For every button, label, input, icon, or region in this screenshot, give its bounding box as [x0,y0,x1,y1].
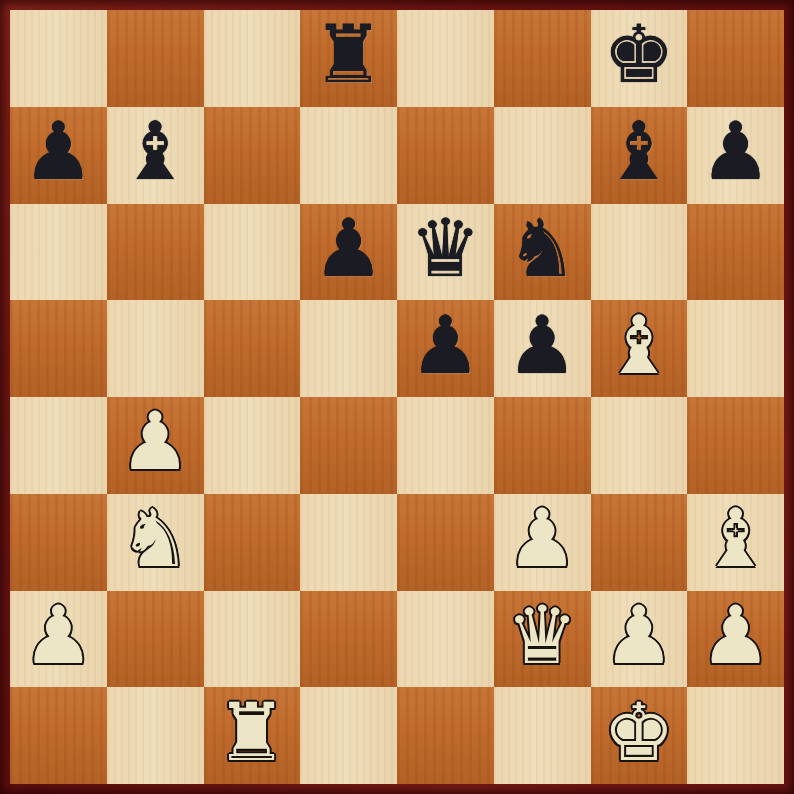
white-pawn-f3[interactable]: ♟ [506,499,578,579]
black-knight-f6[interactable]: ♞ [506,209,578,289]
square-c7[interactable] [204,107,301,204]
square-f4[interactable] [494,397,591,494]
chess-board: ♜♚♟♝♝♟♟♛♞♟♟♝♟♞♟♝♟♛♟♟♜♚ [10,10,784,784]
square-g6[interactable] [591,204,688,301]
square-b3[interactable]: ♞ [107,494,204,591]
square-g8[interactable]: ♚ [591,10,688,107]
square-c6[interactable] [204,204,301,301]
square-b6[interactable] [107,204,204,301]
square-h6[interactable] [687,204,784,301]
square-d8[interactable]: ♜ [300,10,397,107]
square-f8[interactable] [494,10,591,107]
black-bishop-g7[interactable]: ♝ [603,112,675,192]
square-d7[interactable] [300,107,397,204]
square-d6[interactable]: ♟ [300,204,397,301]
black-pawn-a7[interactable]: ♟ [23,112,95,192]
square-e4[interactable] [397,397,494,494]
chess-board-frame: ♜♚♟♝♝♟♟♛♞♟♟♝♟♞♟♝♟♛♟♟♜♚ [0,0,794,794]
black-rook-d8[interactable]: ♜ [313,15,385,95]
square-f3[interactable]: ♟ [494,494,591,591]
square-c5[interactable] [204,300,301,397]
square-h1[interactable] [687,687,784,784]
square-f7[interactable] [494,107,591,204]
square-g1[interactable]: ♚ [591,687,688,784]
square-a6[interactable] [10,204,107,301]
square-g4[interactable] [591,397,688,494]
square-a1[interactable] [10,687,107,784]
white-pawn-b4[interactable]: ♟ [119,402,191,482]
square-g7[interactable]: ♝ [591,107,688,204]
square-c4[interactable] [204,397,301,494]
square-a7[interactable]: ♟ [10,107,107,204]
square-f1[interactable] [494,687,591,784]
white-queen-f2[interactable]: ♛ [506,596,578,676]
white-king-g1[interactable]: ♚ [603,693,675,773]
square-f5[interactable]: ♟ [494,300,591,397]
square-e2[interactable] [397,591,494,688]
square-d3[interactable] [300,494,397,591]
square-g2[interactable]: ♟ [591,591,688,688]
square-h8[interactable] [687,10,784,107]
square-f6[interactable]: ♞ [494,204,591,301]
black-pawn-d6[interactable]: ♟ [313,209,385,289]
square-g5[interactable]: ♝ [591,300,688,397]
square-c8[interactable] [204,10,301,107]
square-h2[interactable]: ♟ [687,591,784,688]
white-pawn-g2[interactable]: ♟ [603,596,675,676]
black-queen-e6[interactable]: ♛ [410,209,482,289]
white-bishop-h3[interactable]: ♝ [700,499,772,579]
white-knight-b3[interactable]: ♞ [119,499,191,579]
square-c2[interactable] [204,591,301,688]
white-rook-c1[interactable]: ♜ [216,693,288,773]
square-d2[interactable] [300,591,397,688]
square-c1[interactable]: ♜ [204,687,301,784]
square-b8[interactable] [107,10,204,107]
square-e5[interactable]: ♟ [397,300,494,397]
square-h4[interactable] [687,397,784,494]
black-pawn-h7[interactable]: ♟ [700,112,772,192]
square-h3[interactable]: ♝ [687,494,784,591]
square-e7[interactable] [397,107,494,204]
square-h7[interactable]: ♟ [687,107,784,204]
square-h5[interactable] [687,300,784,397]
white-pawn-a2[interactable]: ♟ [23,596,95,676]
black-pawn-e5[interactable]: ♟ [410,306,482,386]
square-b1[interactable] [107,687,204,784]
black-king-g8[interactable]: ♚ [603,15,675,95]
square-e1[interactable] [397,687,494,784]
square-b7[interactable]: ♝ [107,107,204,204]
square-c3[interactable] [204,494,301,591]
square-f2[interactable]: ♛ [494,591,591,688]
square-d4[interactable] [300,397,397,494]
square-b5[interactable] [107,300,204,397]
square-d1[interactable] [300,687,397,784]
square-b2[interactable] [107,591,204,688]
square-e8[interactable] [397,10,494,107]
square-a4[interactable] [10,397,107,494]
square-a3[interactable] [10,494,107,591]
square-a8[interactable] [10,10,107,107]
square-b4[interactable]: ♟ [107,397,204,494]
square-e6[interactable]: ♛ [397,204,494,301]
white-pawn-h2[interactable]: ♟ [700,596,772,676]
square-d5[interactable] [300,300,397,397]
white-bishop-g5[interactable]: ♝ [603,306,675,386]
black-bishop-b7[interactable]: ♝ [119,112,191,192]
square-a5[interactable] [10,300,107,397]
square-e3[interactable] [397,494,494,591]
square-a2[interactable]: ♟ [10,591,107,688]
square-g3[interactable] [591,494,688,591]
black-pawn-f5[interactable]: ♟ [506,306,578,386]
